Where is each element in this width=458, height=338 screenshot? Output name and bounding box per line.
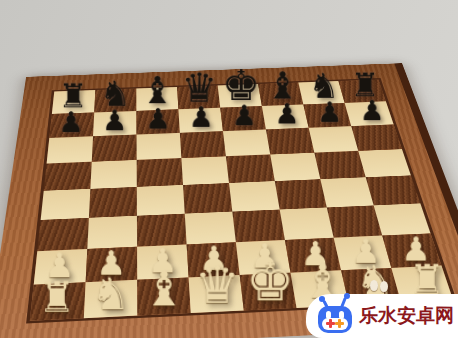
square-d1[interactable]: ♛: [189, 275, 244, 313]
black-pawn[interactable]: ♟: [146, 105, 171, 133]
robot-antenna-tip: [344, 293, 350, 299]
chess-board-grid: ♜♞♝♛♚♝♞♜♟♟♟♟♟♟♟♟♟♟♟♟♟♟♟♟♜♞♝♛♚♝♞♜: [30, 79, 453, 320]
small-white-object: [370, 280, 378, 291]
black-pawn[interactable]: ♟: [360, 96, 385, 124]
square-f5[interactable]: [270, 152, 320, 180]
square-b7[interactable]: ♟: [93, 110, 137, 135]
dpad-cross-icon: [326, 319, 335, 328]
square-h7[interactable]: ♟: [345, 101, 394, 126]
photo-background: ♜♞♝♛♚♝♞♜♟♟♟♟♟♟♟♟♟♟♟♟♟♟♟♟♜♞♝♛♚♝♞♜ 乐水安卓网: [0, 0, 458, 338]
square-g6[interactable]: [309, 126, 359, 153]
square-g7[interactable]: ♟: [303, 102, 351, 127]
button-cross-icon: [335, 319, 344, 328]
square-f6[interactable]: [266, 127, 314, 154]
square-f7[interactable]: ♟: [262, 104, 309, 129]
square-b1[interactable]: ♞: [84, 279, 138, 317]
square-a7[interactable]: ♟: [49, 112, 94, 138]
black-pawn[interactable]: ♟: [59, 108, 84, 136]
robot-mascot-icon: [317, 297, 353, 335]
square-f4[interactable]: [275, 179, 327, 209]
white-bishop[interactable]: ♝: [143, 266, 186, 313]
square-c5[interactable]: [137, 158, 183, 187]
square-b6[interactable]: [92, 134, 137, 161]
watermark-badge[interactable]: 乐水安卓网: [306, 294, 458, 338]
white-knight[interactable]: ♞: [91, 272, 131, 316]
square-e7[interactable]: ♟: [220, 106, 266, 131]
square-c7[interactable]: ♟: [136, 109, 179, 134]
watermark-text: 乐水安卓网: [359, 303, 454, 329]
black-pawn[interactable]: ♟: [232, 101, 257, 129]
square-e6[interactable]: [223, 129, 270, 156]
robot-antenna-tip: [319, 296, 325, 302]
square-a4[interactable]: [41, 188, 91, 219]
square-a1[interactable]: ♜: [30, 282, 86, 321]
black-pawn[interactable]: ♟: [317, 98, 342, 126]
square-d7[interactable]: ♟: [178, 107, 223, 132]
square-d5[interactable]: [181, 156, 229, 185]
black-pawn[interactable]: ♟: [275, 100, 300, 128]
square-h5[interactable]: [358, 149, 411, 177]
square-e1[interactable]: ♚: [240, 272, 297, 310]
black-pawn[interactable]: ♟: [189, 103, 214, 131]
square-e5[interactable]: [226, 154, 275, 183]
robot-gamepad: [322, 318, 348, 330]
square-c4[interactable]: [137, 184, 185, 215]
square-c1[interactable]: ♝: [137, 277, 191, 315]
small-white-object: [380, 281, 388, 292]
square-b5[interactable]: [90, 159, 136, 188]
square-d6[interactable]: [180, 131, 226, 158]
square-g5[interactable]: [314, 150, 365, 178]
square-a6[interactable]: [47, 136, 93, 163]
white-queen[interactable]: ♛: [194, 260, 240, 311]
square-b4[interactable]: [89, 186, 137, 217]
square-g4[interactable]: [320, 177, 373, 207]
square-a5[interactable]: [44, 161, 92, 190]
black-pawn[interactable]: ♟: [102, 106, 127, 134]
square-h4[interactable]: [366, 175, 421, 205]
square-h6[interactable]: [351, 124, 402, 150]
robot-head: [318, 306, 352, 333]
square-d4[interactable]: [183, 183, 232, 214]
square-c6[interactable]: [137, 132, 182, 159]
white-rook[interactable]: ♜: [38, 276, 76, 318]
square-e4[interactable]: [229, 181, 280, 211]
white-king[interactable]: ♚: [246, 254, 295, 308]
